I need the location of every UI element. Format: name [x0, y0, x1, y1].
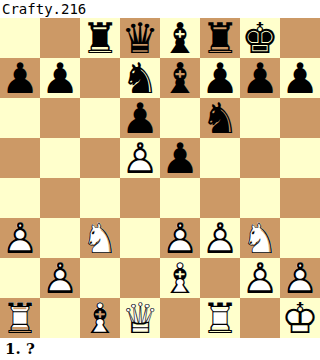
piece-black-bishop[interactable]: ♝ — [160, 58, 200, 98]
white-pawn-outline: ♙ — [280, 258, 320, 298]
black-pawn-glyph: ♟ — [280, 58, 320, 98]
black-knight-glyph: ♞ — [200, 98, 240, 138]
square-d8[interactable]: ♛ — [120, 18, 160, 58]
square-h6[interactable] — [280, 98, 320, 138]
square-e6[interactable] — [160, 98, 200, 138]
piece-white-rook[interactable]: ♜♖ — [0, 298, 40, 338]
chess-board[interactable]: ♜♛♝♜♚♟♟♞♝♟♟♟♟♞♟♙♟♟♙♞♘♟♙♟♙♞♘♟♙♝♗♟♙♟♙♜♖♝♗♛… — [0, 18, 320, 338]
square-g8[interactable]: ♚ — [240, 18, 280, 58]
piece-black-king[interactable]: ♚ — [240, 18, 280, 58]
square-g4[interactable] — [240, 178, 280, 218]
square-b4[interactable] — [40, 178, 80, 218]
black-pawn-glyph: ♟ — [0, 58, 40, 98]
square-g1[interactable] — [240, 298, 280, 338]
square-d7[interactable]: ♞ — [120, 58, 160, 98]
piece-black-pawn[interactable]: ♟ — [200, 58, 240, 98]
square-h5[interactable] — [280, 138, 320, 178]
piece-black-rook[interactable]: ♜ — [80, 18, 120, 58]
white-pawn-outline: ♙ — [160, 218, 200, 258]
square-f8[interactable]: ♜ — [200, 18, 240, 58]
square-a3[interactable]: ♟♙ — [0, 218, 40, 258]
white-rook-outline: ♖ — [200, 298, 240, 338]
piece-black-pawn[interactable]: ♟ — [40, 58, 80, 98]
black-pawn-glyph: ♟ — [200, 58, 240, 98]
piece-white-pawn[interactable]: ♟♙ — [240, 258, 280, 298]
piece-black-bishop[interactable]: ♝ — [160, 18, 200, 58]
square-a8[interactable] — [0, 18, 40, 58]
square-e4[interactable] — [160, 178, 200, 218]
square-d1[interactable]: ♛♕ — [120, 298, 160, 338]
black-pawn-glyph: ♟ — [160, 138, 200, 178]
black-bishop-glyph: ♝ — [160, 18, 200, 58]
piece-black-pawn[interactable]: ♟ — [120, 98, 160, 138]
square-d5[interactable]: ♟♙ — [120, 138, 160, 178]
square-b5[interactable] — [40, 138, 80, 178]
square-h7[interactable]: ♟ — [280, 58, 320, 98]
status-bar: 1. ? — [0, 338, 320, 360]
square-c2[interactable] — [80, 258, 120, 298]
square-h1[interactable]: ♚♔ — [280, 298, 320, 338]
piece-white-knight[interactable]: ♞♘ — [80, 218, 120, 258]
square-b7[interactable]: ♟ — [40, 58, 80, 98]
square-a5[interactable] — [0, 138, 40, 178]
white-knight-outline: ♘ — [240, 218, 280, 258]
square-d2[interactable] — [120, 258, 160, 298]
piece-black-pawn[interactable]: ♟ — [240, 58, 280, 98]
square-c4[interactable] — [80, 178, 120, 218]
white-rook-outline: ♖ — [0, 298, 40, 338]
square-g3[interactable]: ♞♘ — [240, 218, 280, 258]
square-f6[interactable]: ♞ — [200, 98, 240, 138]
crafty-window: Crafty.216 ♜♛♝♜♚♟♟♞♝♟♟♟♟♞♟♙♟♟♙♞♘♟♙♟♙♞♘♟♙… — [0, 0, 320, 360]
white-bishop-outline: ♗ — [160, 258, 200, 298]
square-b1[interactable] — [40, 298, 80, 338]
piece-black-pawn[interactable]: ♟ — [280, 58, 320, 98]
square-d3[interactable] — [120, 218, 160, 258]
white-pawn-outline: ♙ — [120, 138, 160, 178]
square-f2[interactable] — [200, 258, 240, 298]
square-c1[interactable]: ♝♗ — [80, 298, 120, 338]
piece-white-bishop[interactable]: ♝♗ — [160, 258, 200, 298]
square-e2[interactable]: ♝♗ — [160, 258, 200, 298]
square-g2[interactable]: ♟♙ — [240, 258, 280, 298]
square-h2[interactable]: ♟♙ — [280, 258, 320, 298]
square-c6[interactable] — [80, 98, 120, 138]
square-f1[interactable]: ♜♖ — [200, 298, 240, 338]
piece-white-pawn[interactable]: ♟♙ — [200, 218, 240, 258]
piece-black-knight[interactable]: ♞ — [120, 58, 160, 98]
piece-white-king[interactable]: ♚♔ — [280, 298, 320, 338]
white-pawn-outline: ♙ — [200, 218, 240, 258]
square-g5[interactable] — [240, 138, 280, 178]
square-c8[interactable]: ♜ — [80, 18, 120, 58]
square-e3[interactable]: ♟♙ — [160, 218, 200, 258]
black-pawn-glyph: ♟ — [40, 58, 80, 98]
square-f5[interactable] — [200, 138, 240, 178]
piece-black-pawn[interactable]: ♟ — [0, 58, 40, 98]
square-h3[interactable] — [280, 218, 320, 258]
square-b8[interactable] — [40, 18, 80, 58]
square-e5[interactable]: ♟ — [160, 138, 200, 178]
white-king-outline: ♔ — [280, 298, 320, 338]
square-b6[interactable] — [40, 98, 80, 138]
square-g7[interactable]: ♟ — [240, 58, 280, 98]
piece-white-pawn[interactable]: ♟♙ — [280, 258, 320, 298]
piece-black-queen[interactable]: ♛ — [120, 18, 160, 58]
white-bishop-outline: ♗ — [80, 298, 120, 338]
black-knight-glyph: ♞ — [120, 58, 160, 98]
square-c3[interactable]: ♞♘ — [80, 218, 120, 258]
square-a7[interactable]: ♟ — [0, 58, 40, 98]
square-a4[interactable] — [0, 178, 40, 218]
square-e7[interactable]: ♝ — [160, 58, 200, 98]
square-a2[interactable] — [0, 258, 40, 298]
square-d6[interactable]: ♟ — [120, 98, 160, 138]
square-b2[interactable]: ♟♙ — [40, 258, 80, 298]
square-b3[interactable] — [40, 218, 80, 258]
square-f4[interactable] — [200, 178, 240, 218]
black-pawn-glyph: ♟ — [240, 58, 280, 98]
black-queen-glyph: ♛ — [120, 18, 160, 58]
window-title: Crafty.216 — [2, 0, 86, 18]
piece-white-pawn[interactable]: ♟♙ — [120, 138, 160, 178]
white-knight-outline: ♘ — [80, 218, 120, 258]
black-king-glyph: ♚ — [240, 18, 280, 58]
square-a6[interactable] — [0, 98, 40, 138]
square-d4[interactable] — [120, 178, 160, 218]
piece-white-bishop[interactable]: ♝♗ — [80, 298, 120, 338]
square-f3[interactable]: ♟♙ — [200, 218, 240, 258]
piece-black-rook[interactable]: ♜ — [200, 18, 240, 58]
square-f7[interactable]: ♟ — [200, 58, 240, 98]
piece-white-queen[interactable]: ♛♕ — [120, 298, 160, 338]
square-c5[interactable] — [80, 138, 120, 178]
square-e1[interactable] — [160, 298, 200, 338]
piece-black-pawn[interactable]: ♟ — [160, 138, 200, 178]
black-rook-glyph: ♜ — [200, 18, 240, 58]
piece-white-pawn[interactable]: ♟♙ — [0, 218, 40, 258]
square-h4[interactable] — [280, 178, 320, 218]
black-bishop-glyph: ♝ — [160, 58, 200, 98]
piece-white-knight[interactable]: ♞♘ — [240, 218, 280, 258]
white-pawn-outline: ♙ — [240, 258, 280, 298]
square-a1[interactable]: ♜♖ — [0, 298, 40, 338]
piece-white-rook[interactable]: ♜♖ — [200, 298, 240, 338]
black-pawn-glyph: ♟ — [120, 98, 160, 138]
piece-white-pawn[interactable]: ♟♙ — [40, 258, 80, 298]
square-g6[interactable] — [240, 98, 280, 138]
black-rook-glyph: ♜ — [80, 18, 120, 58]
square-e8[interactable]: ♝ — [160, 18, 200, 58]
piece-white-pawn[interactable]: ♟♙ — [160, 218, 200, 258]
white-pawn-outline: ♙ — [40, 258, 80, 298]
white-pawn-outline: ♙ — [0, 218, 40, 258]
square-h8[interactable] — [280, 18, 320, 58]
square-c7[interactable] — [80, 58, 120, 98]
piece-black-knight[interactable]: ♞ — [200, 98, 240, 138]
white-queen-outline: ♕ — [120, 298, 160, 338]
